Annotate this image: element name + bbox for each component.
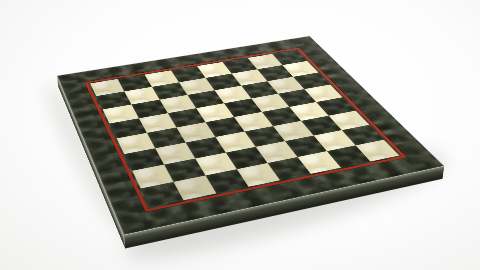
chess-board-scene xyxy=(0,0,480,270)
square-a1[interactable] xyxy=(141,182,184,207)
square-b1[interactable] xyxy=(173,175,216,200)
square-a4[interactable] xyxy=(117,133,156,154)
square-a5[interactable] xyxy=(109,118,146,138)
square-d2[interactable] xyxy=(226,147,268,169)
photo-canvas xyxy=(0,0,480,270)
square-f2[interactable] xyxy=(285,136,327,157)
square-e3[interactable] xyxy=(245,126,285,147)
square-g3[interactable] xyxy=(301,116,342,136)
square-e2[interactable] xyxy=(256,141,298,163)
square-d1[interactable] xyxy=(237,163,280,187)
square-h2[interactable] xyxy=(342,125,384,146)
square-g1[interactable] xyxy=(327,145,370,167)
square-b2[interactable] xyxy=(164,159,205,182)
square-a2[interactable] xyxy=(132,165,173,189)
square-c2[interactable] xyxy=(195,153,237,176)
square-d3[interactable] xyxy=(215,131,255,152)
square-e1[interactable] xyxy=(268,157,311,180)
square-f3[interactable] xyxy=(273,121,314,141)
square-f1[interactable] xyxy=(298,151,341,174)
square-c3[interactable] xyxy=(186,137,226,159)
square-d4[interactable] xyxy=(206,117,245,137)
chess-board[interactable] xyxy=(57,36,444,235)
square-c1[interactable] xyxy=(206,169,249,193)
square-c4[interactable] xyxy=(176,122,215,142)
board-top-surface[interactable] xyxy=(57,36,444,235)
square-h1[interactable] xyxy=(356,140,400,162)
square-a3[interactable] xyxy=(124,148,164,170)
square-b4[interactable] xyxy=(147,127,186,148)
square-b3[interactable] xyxy=(155,143,195,165)
square-g2[interactable] xyxy=(314,130,356,151)
